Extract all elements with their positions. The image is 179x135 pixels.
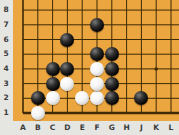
stone-white-D3[interactable] <box>60 77 74 91</box>
stone-black-B2[interactable] <box>31 91 45 105</box>
row-label-5: 5 <box>0 49 12 59</box>
row-label-8: 8 <box>0 5 12 15</box>
column-label-C: C <box>48 123 58 133</box>
row-label-2: 2 <box>0 93 12 103</box>
star-point-K4 <box>155 67 158 70</box>
column-label-B: B <box>33 123 43 133</box>
stone-black-G3[interactable] <box>105 77 119 91</box>
stone-white-C2[interactable] <box>46 91 60 105</box>
stone-white-B1[interactable] <box>31 106 45 120</box>
column-label-G: G <box>107 123 117 133</box>
column-label-E: E <box>77 123 87 133</box>
stone-black-C4[interactable] <box>46 62 60 76</box>
stone-black-D6[interactable] <box>60 33 74 47</box>
column-label-L: L <box>166 123 176 133</box>
row-label-3: 3 <box>0 79 12 89</box>
stone-black-F7[interactable] <box>90 18 104 32</box>
stone-white-F4[interactable] <box>90 62 104 76</box>
stone-black-C3[interactable] <box>46 77 60 91</box>
row-label-4: 4 <box>0 64 12 74</box>
column-label-K: K <box>151 123 161 133</box>
column-label-H: H <box>122 123 132 133</box>
stone-black-G5[interactable] <box>105 47 119 61</box>
go-diagram: 12345678ABCDEFGHJKL <box>0 0 179 135</box>
row-label-6: 6 <box>0 35 12 45</box>
column-label-J: J <box>136 123 146 133</box>
column-label-D: D <box>62 123 72 133</box>
column-label-F: F <box>92 123 102 133</box>
row-label-7: 7 <box>0 20 12 30</box>
stone-black-G4[interactable] <box>105 62 119 76</box>
column-label-A: A <box>18 123 28 133</box>
stone-black-G2[interactable] <box>105 91 119 105</box>
go-board[interactable] <box>13 0 179 121</box>
stone-white-F3[interactable] <box>90 77 104 91</box>
row-label-1: 1 <box>0 108 12 118</box>
